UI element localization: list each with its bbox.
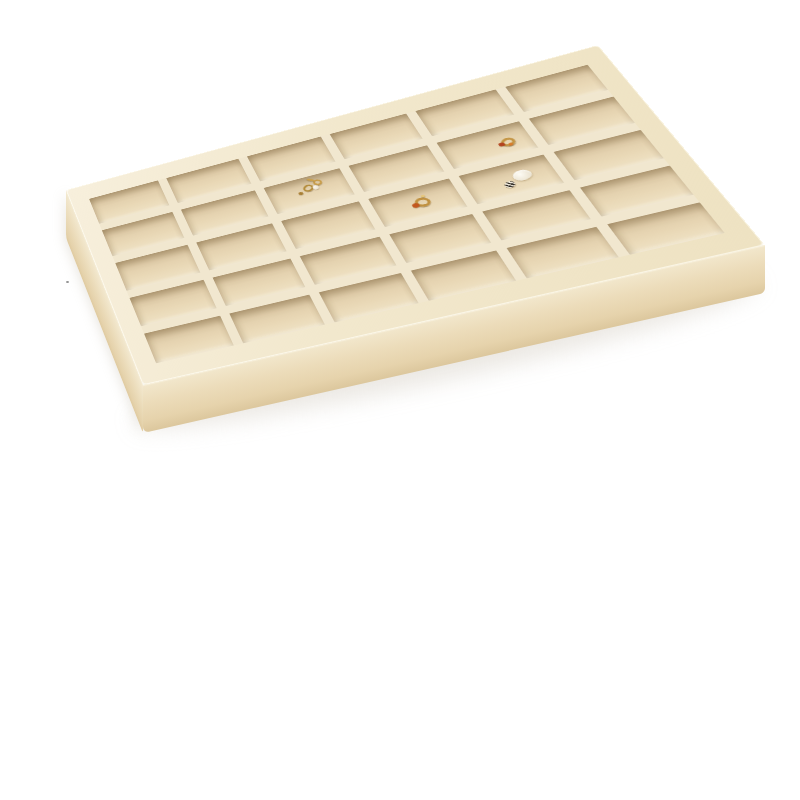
compartment-r5c2 [230,295,325,344]
product-photo-scene [0,0,800,800]
gold-stud [298,192,304,196]
compartment-r5c1 [144,315,234,363]
striped-bead [503,180,517,189]
crystal-cluster [511,168,536,182]
background-speck [66,281,69,283]
